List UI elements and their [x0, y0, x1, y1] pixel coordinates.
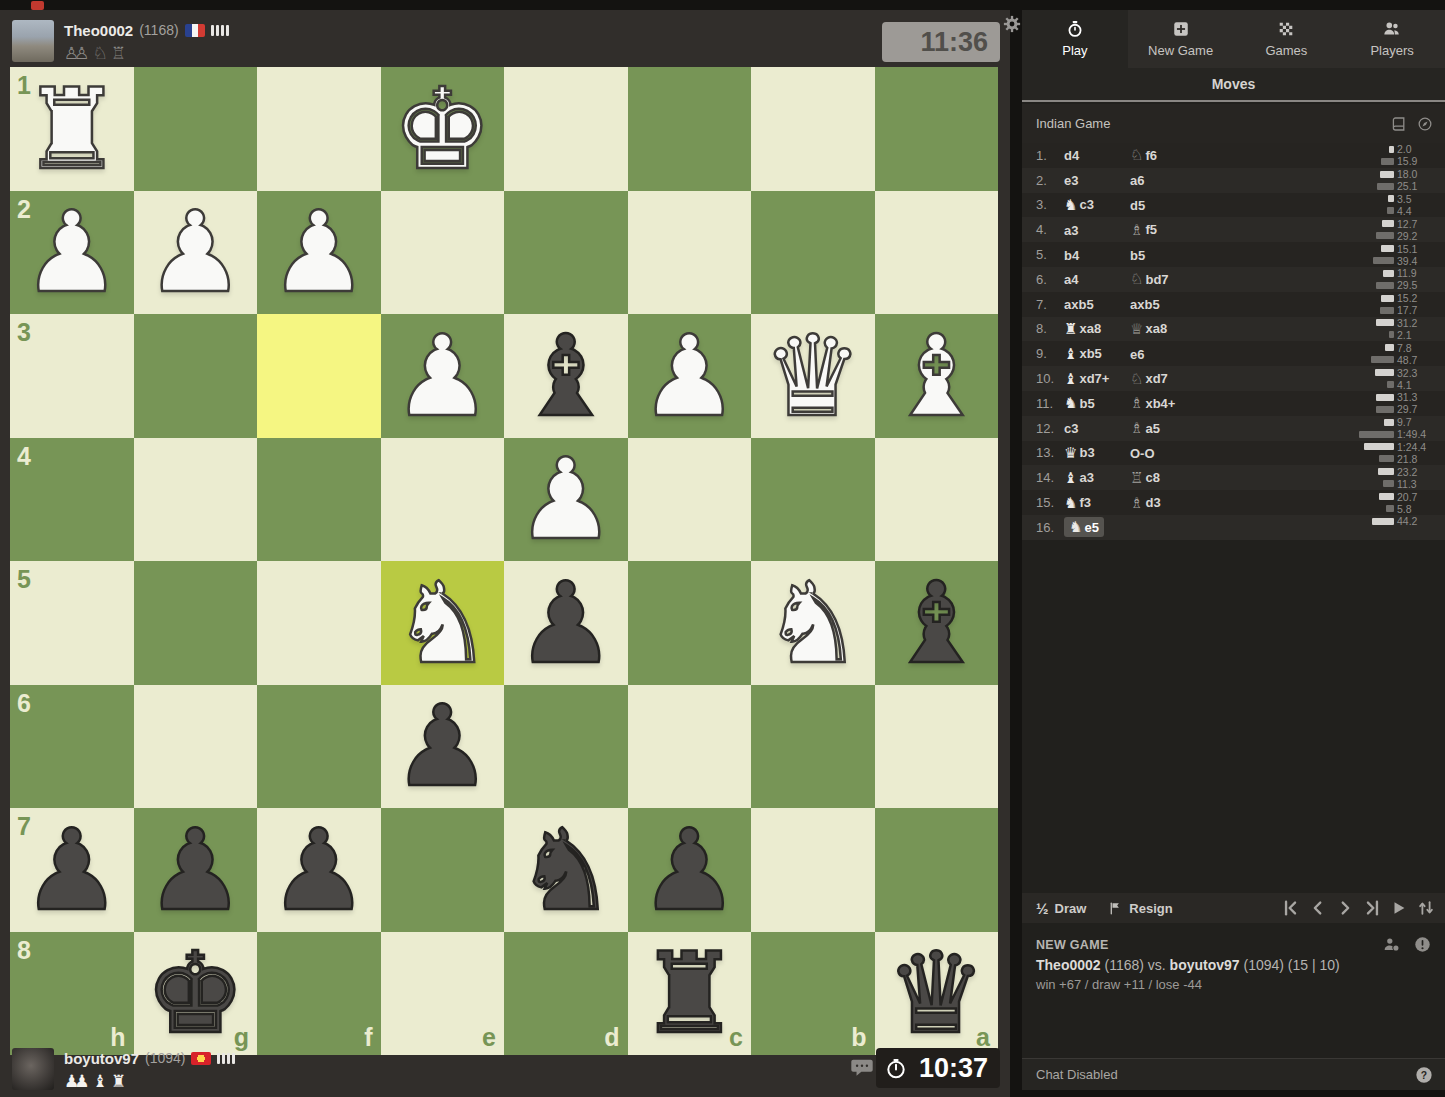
time-value: 25.1: [1397, 180, 1437, 192]
board-area: Theo0002 (1168) ♙♙♘♖ 11:36 1♜♚2♟♟♟3♟♝♟♛♝…: [0, 10, 1010, 1097]
white-king[interactable]: ♚: [392, 73, 492, 185]
challenge-icon[interactable]: [1383, 936, 1400, 953]
time-value: 2.1: [1397, 329, 1437, 341]
time-value: 31.3: [1397, 391, 1437, 403]
time-bar: [1376, 406, 1394, 413]
time-value: 7.8: [1397, 342, 1437, 354]
move-number: 2.: [1036, 173, 1064, 188]
captured-pieces-bottom: ♟♟♝♜: [64, 1070, 235, 1090]
time-bar: [1388, 195, 1394, 202]
move-number: 13.: [1036, 445, 1064, 460]
square-a6[interactable]: [875, 685, 999, 809]
move-times: 11.929.5: [1333, 268, 1437, 291]
black-pawn[interactable]: ♟: [145, 814, 245, 926]
time-value: 1:49.4: [1397, 428, 1437, 440]
figurine-queen-icon: ♛: [1064, 444, 1077, 462]
square-b6[interactable]: [751, 685, 875, 809]
white-pawn[interactable]: ♟: [516, 443, 616, 555]
time-bar: [1381, 245, 1394, 252]
square-d5[interactable]: ♟: [504, 561, 628, 685]
clock-icon: [885, 1056, 907, 1078]
move-black-7[interactable]: axb5: [1130, 297, 1160, 312]
time-bar: [1376, 394, 1394, 401]
square-a4[interactable]: [875, 438, 999, 562]
move-times: 18.025.1: [1333, 169, 1437, 192]
time-bar: [1380, 307, 1394, 314]
move-times: 31.329.7: [1333, 392, 1437, 415]
square-a7[interactable]: [875, 808, 999, 932]
figurine-knight-icon: ♘: [1130, 270, 1143, 288]
new-game-title: NEW GAME: [1036, 938, 1431, 952]
time-bar: [1387, 381, 1394, 388]
time-value: 15.1: [1397, 243, 1437, 255]
square-e7[interactable]: [381, 808, 505, 932]
move-white-15[interactable]: ♞f3: [1064, 494, 1091, 512]
move-number: 12.: [1036, 421, 1064, 436]
move-number: 8.: [1036, 321, 1064, 336]
square-d8[interactable]: d: [504, 932, 628, 1056]
new-game-section: NEW GAME Theo0002 (1168) vs. boyutov97 (…: [1022, 923, 1445, 992]
time-bar: [1385, 344, 1394, 351]
draw-button[interactable]: Draw: [1055, 901, 1087, 916]
time-bar: [1383, 480, 1394, 487]
move-number: 6.: [1036, 272, 1064, 287]
move-times: 15.139.4: [1333, 243, 1437, 266]
side-panel: PlayNew GameGamesPlayers Moves Indian Ga…: [1022, 10, 1445, 1090]
move-number: 14.: [1036, 470, 1064, 485]
white-pawn[interactable]: ♟: [392, 320, 492, 432]
time-bar: [1384, 419, 1394, 426]
captured-n-icon: ♘: [93, 44, 108, 62]
figurine-bishop-icon: ♝: [1064, 370, 1077, 388]
square-e6[interactable]: ♟: [381, 685, 505, 809]
move-black-15[interactable]: ♗d3: [1130, 494, 1161, 512]
time-bar: [1382, 220, 1394, 227]
move-black-8[interactable]: ♕xa8: [1130, 320, 1167, 338]
figurine-bishop-icon: ♗: [1130, 394, 1143, 412]
white-rook[interactable]: ♜: [22, 73, 122, 185]
square-g7[interactable]: ♟: [134, 808, 258, 932]
figurine-knight-icon: ♘: [1130, 370, 1143, 388]
square-g8[interactable]: g♚: [134, 932, 258, 1056]
square-d4[interactable]: ♟: [504, 438, 628, 562]
tab-play[interactable]: Play: [1022, 10, 1128, 68]
move-white-14[interactable]: ♝a3: [1064, 469, 1094, 487]
move-times: 9.71:49.4: [1333, 417, 1437, 440]
player-rating: (1168): [139, 22, 178, 38]
move-times: 12.729.2: [1333, 218, 1437, 241]
square-e4[interactable]: [381, 438, 505, 562]
square-e8[interactable]: e: [381, 932, 505, 1056]
square-b2[interactable]: [751, 191, 875, 315]
move-white-16[interactable]: ♞e5: [1064, 517, 1104, 537]
square-b4[interactable]: [751, 438, 875, 562]
move-times: 2.015.9: [1333, 144, 1437, 167]
square-d2[interactable]: [504, 191, 628, 315]
time-bar: [1379, 455, 1394, 462]
time-bar: [1364, 443, 1394, 450]
time-bar: [1381, 295, 1394, 302]
time-value: 2.0: [1397, 143, 1437, 155]
black-pawn[interactable]: ♟: [639, 814, 739, 926]
avatar[interactable]: [12, 1048, 54, 1090]
move-number: 15.: [1036, 495, 1064, 510]
figurine-queen-icon: ♕: [1130, 320, 1143, 338]
black-pawn[interactable]: ♟: [516, 567, 616, 679]
square-a8[interactable]: a♛: [875, 932, 999, 1056]
captured-p-icon: ♟: [74, 1072, 89, 1090]
plus-square-icon: [1172, 20, 1190, 38]
move-black-9[interactable]: e6: [1130, 347, 1144, 362]
white-pawn[interactable]: ♟: [639, 320, 739, 432]
white-pawn[interactable]: ♟: [269, 196, 369, 308]
figurine-rook-icon: ♜: [1064, 320, 1077, 338]
move-times: 44.2: [1333, 516, 1437, 539]
stopwatch-icon: [1066, 20, 1084, 38]
square-a2[interactable]: [875, 191, 999, 315]
time-bar: [1376, 282, 1394, 289]
move-times: 32.34.1: [1333, 367, 1437, 390]
square-f2[interactable]: ♟: [257, 191, 381, 315]
bottom-player-bar: boyutov97 (1094) ♟♟♝♜ 10:37: [10, 1048, 998, 1094]
chat-bar: Chat Disabled ?: [1022, 1058, 1445, 1090]
figurine-knight-icon: ♞: [1064, 494, 1077, 512]
white-knight[interactable]: ♞: [392, 567, 492, 679]
draw-half-icon: ½: [1036, 900, 1049, 917]
matchup-line: Theo0002 (1168) vs. boyutov97 (1094) (15…: [1036, 957, 1431, 973]
white-pawn[interactable]: ♟: [145, 196, 245, 308]
move-navigation: [1282, 899, 1435, 917]
square-h7[interactable]: 7♟: [10, 808, 134, 932]
black-rook[interactable]: ♜: [639, 937, 739, 1049]
move-times: 31.22.1: [1333, 317, 1437, 340]
captured-r-icon: ♖: [111, 44, 126, 62]
square-e3[interactable]: ♟: [381, 314, 505, 438]
square-g1[interactable]: [134, 67, 258, 191]
square-c5[interactable]: [628, 561, 752, 685]
move-black-6[interactable]: ♘bd7: [1130, 270, 1169, 288]
time-value: 31.2: [1397, 317, 1437, 329]
move-number: 1.: [1036, 148, 1064, 163]
move-white-10[interactable]: ♝xd7+: [1064, 370, 1109, 388]
game-controls-bar: ½ Draw Resign: [1022, 893, 1445, 923]
time-bar: [1381, 158, 1394, 165]
square-f4[interactable]: [257, 438, 381, 562]
time-value: 12.7: [1397, 218, 1437, 230]
connection-signal-icon: [211, 25, 229, 36]
time-value: 20.7: [1397, 491, 1437, 503]
time-value: 15.9: [1397, 155, 1437, 167]
move-black-12[interactable]: ♗a5: [1130, 419, 1160, 437]
nav-play-icon[interactable]: [1390, 899, 1408, 917]
time-value: 11.9: [1397, 267, 1437, 279]
square-e2[interactable]: [381, 191, 505, 315]
square-d6[interactable]: [504, 685, 628, 809]
captured-r-icon: ♜: [111, 1072, 126, 1090]
move-black-2[interactable]: a6: [1130, 173, 1144, 188]
move-row-8: 8.♜xa8♕xa831.22.1: [1022, 317, 1445, 342]
compass-icon[interactable]: [1417, 116, 1433, 132]
checkerboard-icon: [1277, 20, 1295, 38]
move-white-7[interactable]: axb5: [1064, 297, 1094, 312]
move-times: 1:24.421.8: [1333, 441, 1437, 464]
time-value: 48.7: [1397, 354, 1437, 366]
time-value: 29.2: [1397, 230, 1437, 242]
move-number: 3.: [1036, 197, 1064, 212]
black-pawn[interactable]: ♟: [392, 690, 492, 802]
move-times: 7.848.7: [1333, 342, 1437, 365]
time-value: 23.2: [1397, 466, 1437, 478]
square-g3[interactable]: [134, 314, 258, 438]
square-f1[interactable]: [257, 67, 381, 191]
move-row-3: 3.♞c3d53.54.4: [1022, 193, 1445, 218]
time-bar: [1376, 232, 1394, 239]
connection-signal-icon: [217, 1053, 235, 1064]
resign-button[interactable]: Resign: [1129, 901, 1172, 916]
move-row-15: 15.♞f3♗d320.75.8: [1022, 490, 1445, 515]
captured-pieces-top: ♙♙♘♖: [64, 42, 229, 62]
figurine-rook-icon: ♖: [1130, 469, 1143, 487]
move-number: 11.: [1036, 396, 1064, 411]
chat-status: Chat Disabled: [1036, 1067, 1118, 1082]
nav-next-icon[interactable]: [1336, 899, 1354, 917]
square-d1[interactable]: [504, 67, 628, 191]
square-h1[interactable]: 1♜: [10, 67, 134, 191]
time-value: 44.2: [1397, 515, 1437, 527]
player-name[interactable]: boyutov97: [64, 1050, 139, 1067]
question-icon[interactable]: ?: [1415, 1066, 1433, 1084]
rank-label-4: 4: [17, 442, 31, 471]
time-value: 32.3: [1397, 367, 1437, 379]
square-c6[interactable]: [628, 685, 752, 809]
square-a5[interactable]: ♝: [875, 561, 999, 685]
opening-name: Indian Game: [1036, 116, 1110, 131]
move-number: 4.: [1036, 222, 1064, 237]
rank-label-8: 8: [17, 936, 31, 965]
square-d7[interactable]: ♞: [504, 808, 628, 932]
move-white-4[interactable]: a3: [1064, 223, 1078, 238]
player-rating: (1094): [145, 1050, 185, 1066]
time-bar: [1379, 493, 1394, 500]
move-white-3[interactable]: ♞c3: [1064, 196, 1094, 214]
nav-last-icon[interactable]: [1363, 899, 1381, 917]
time-value: 17.7: [1397, 304, 1437, 316]
gear-icon[interactable]: [1003, 15, 1021, 33]
avatar[interactable]: [12, 20, 54, 62]
move-white-9[interactable]: ♝xb5: [1064, 345, 1102, 363]
square-c7[interactable]: ♟: [628, 808, 752, 932]
black-bishop[interactable]: ♝: [516, 320, 616, 432]
move-row-9: 9.♝xb5e67.848.7: [1022, 341, 1445, 366]
square-c8[interactable]: c♜: [628, 932, 752, 1056]
white-pawn[interactable]: ♟: [22, 196, 122, 308]
figurine-bishop-icon: ♝: [1064, 345, 1077, 363]
rank-label-6: 6: [17, 689, 31, 718]
white-queen[interactable]: ♛: [763, 320, 863, 432]
move-black-13[interactable]: O-O: [1130, 446, 1155, 461]
square-c3[interactable]: ♟: [628, 314, 752, 438]
square-g4[interactable]: [134, 438, 258, 562]
time-value: 9.7: [1397, 416, 1437, 428]
move-row-16: 16.♞e544.2: [1022, 515, 1445, 540]
black-queen[interactable]: ♛: [886, 937, 986, 1049]
move-black-10[interactable]: ♘xd7: [1130, 370, 1168, 388]
move-times: 15.217.7: [1333, 293, 1437, 316]
move-white-11[interactable]: ♞b5: [1064, 394, 1095, 412]
square-g5[interactable]: [134, 561, 258, 685]
square-f3[interactable]: [257, 314, 381, 438]
move-black-1[interactable]: ♘f6: [1130, 146, 1157, 164]
square-f5[interactable]: [257, 561, 381, 685]
rank-label-3: 3: [17, 318, 31, 347]
move-number: 16.: [1036, 520, 1064, 535]
report-icon[interactable]: [1414, 936, 1431, 953]
square-d3[interactable]: ♝: [504, 314, 628, 438]
square-b8[interactable]: b: [751, 932, 875, 1056]
square-b1[interactable]: [751, 67, 875, 191]
move-black-5[interactable]: b5: [1130, 248, 1145, 263]
white-bishop[interactable]: ♝: [886, 320, 986, 432]
square-h5[interactable]: 5: [10, 561, 134, 685]
nav-flip-icon[interactable]: [1417, 899, 1435, 917]
nav-prev-icon[interactable]: [1309, 899, 1327, 917]
move-times: 23.211.3: [1333, 466, 1437, 489]
move-number: 9.: [1036, 346, 1064, 361]
time-value: 15.2: [1397, 292, 1437, 304]
figurine-bishop-icon: ♝: [1064, 469, 1077, 487]
figurine-knight-icon: ♘: [1130, 146, 1143, 164]
tab-games[interactable]: Games: [1234, 10, 1340, 68]
player-name[interactable]: Theo0002: [64, 22, 133, 39]
window-control-dot: [31, 1, 44, 10]
figurine-knight-icon: ♞: [1064, 394, 1077, 412]
time-bar: [1377, 183, 1394, 190]
move-number: 7.: [1036, 297, 1064, 312]
figurine-bishop-icon: ♗: [1130, 494, 1143, 512]
square-f8[interactable]: f: [257, 932, 381, 1056]
time-bar: [1376, 319, 1394, 326]
figurine-knight-icon: ♞: [1064, 196, 1077, 214]
move-row-5: 5.b4b515.139.4: [1022, 242, 1445, 267]
resign-flag-icon: [1108, 901, 1123, 916]
square-h2[interactable]: 2♟: [10, 191, 134, 315]
book-icon[interactable]: [1391, 116, 1407, 132]
time-bar: [1383, 270, 1394, 277]
square-a3[interactable]: ♝: [875, 314, 999, 438]
move-row-10: 10.♝xd7+♘xd732.34.1: [1022, 366, 1445, 391]
time-value: 11.3: [1397, 478, 1437, 490]
move-white-1[interactable]: d4: [1064, 148, 1079, 163]
square-c4[interactable]: [628, 438, 752, 562]
time-bar: [1389, 146, 1394, 153]
square-c2[interactable]: [628, 191, 752, 315]
move-white-12[interactable]: c3: [1064, 421, 1078, 436]
black-king[interactable]: ♚: [145, 937, 245, 1049]
move-number: 10.: [1036, 371, 1064, 386]
square-h3[interactable]: 3: [10, 314, 134, 438]
square-b7[interactable]: [751, 808, 875, 932]
move-row-11: 11.♞b5♗xb4+31.329.7: [1022, 391, 1445, 416]
square-e1[interactable]: ♚: [381, 67, 505, 191]
black-clock: 10:37: [876, 1048, 1000, 1088]
move-row-1: 1.d4♘f62.015.9: [1022, 143, 1445, 168]
move-times: 3.54.4: [1333, 193, 1437, 216]
move-white-2[interactable]: e3: [1064, 173, 1078, 188]
nav-first-icon[interactable]: [1282, 899, 1300, 917]
square-f7[interactable]: ♟: [257, 808, 381, 932]
black-pawn[interactable]: ♟: [22, 814, 122, 926]
move-row-6: 6.a4♘bd711.929.5: [1022, 267, 1445, 292]
move-row-13: 13.♛b3O-O1:24.421.8: [1022, 441, 1445, 466]
chat-bubble-icon[interactable]: [850, 1057, 874, 1079]
white-knight[interactable]: ♞: [763, 567, 863, 679]
france-flag-icon: [185, 24, 205, 37]
time-value: 4.1: [1397, 379, 1437, 391]
square-b3[interactable]: ♛: [751, 314, 875, 438]
square-c1[interactable]: [628, 67, 752, 191]
players-icon: [1383, 20, 1401, 38]
move-number: 5.: [1036, 247, 1064, 262]
black-bishop[interactable]: ♝: [886, 567, 986, 679]
top-player-bar: Theo0002 (1168) ♙♙♘♖ 11:36: [10, 20, 998, 66]
figurine-bishop-icon: ♗: [1130, 419, 1143, 437]
rating-odds: win +67 / draw +11 / lose -44: [1036, 977, 1431, 992]
tab-new-game[interactable]: New Game: [1128, 10, 1234, 68]
move-row-4: 4.a3♗f512.729.2: [1022, 217, 1445, 242]
tab-bar: PlayNew GameGamesPlayers: [1022, 10, 1445, 68]
time-value: 5.8: [1397, 503, 1437, 515]
square-h8[interactable]: 8h: [10, 932, 134, 1056]
square-b5[interactable]: ♞: [751, 561, 875, 685]
rank-label-5: 5: [17, 565, 31, 594]
move-white-5[interactable]: b4: [1064, 248, 1079, 263]
time-value: 29.5: [1397, 279, 1437, 291]
time-value: 4.4: [1397, 205, 1437, 217]
captured-b-icon: ♝: [93, 1072, 108, 1090]
figurine-bishop-icon: ♗: [1130, 221, 1143, 239]
square-f6[interactable]: [257, 685, 381, 809]
square-h6[interactable]: 6: [10, 685, 134, 809]
move-black-14[interactable]: ♖c8: [1130, 469, 1160, 487]
black-knight[interactable]: ♞: [516, 814, 616, 926]
time-value: 21.8: [1397, 453, 1437, 465]
move-white-8[interactable]: ♜xa8: [1064, 320, 1101, 338]
time-value: 39.4: [1397, 255, 1437, 267]
move-black-4[interactable]: ♗f5: [1130, 221, 1157, 239]
square-g6[interactable]: [134, 685, 258, 809]
time-bar: [1375, 369, 1394, 376]
square-a1[interactable]: [875, 67, 999, 191]
move-black-3[interactable]: d5: [1130, 198, 1145, 213]
time-value: 18.0: [1397, 168, 1437, 180]
opening-name-row: Indian Game: [1022, 104, 1445, 143]
chess-board[interactable]: 1♜♚2♟♟♟3♟♝♟♛♝4♟5♞♟♞♝6♟7♟♟♟♞♟8hg♚fedc♜ba♛: [10, 67, 998, 1055]
time-value: 29.7: [1397, 403, 1437, 415]
black-pawn[interactable]: ♟: [269, 814, 369, 926]
move-white-6[interactable]: a4: [1064, 272, 1078, 287]
square-g2[interactable]: ♟: [134, 191, 258, 315]
move-times: 20.75.8: [1333, 491, 1437, 514]
move-row-7: 7.axb5axb515.217.7: [1022, 292, 1445, 317]
tab-players[interactable]: Players: [1339, 10, 1445, 68]
move-black-11[interactable]: ♗xb4+: [1130, 394, 1175, 412]
move-list: 1.d4♘f62.015.92.e3a618.025.13.♞c3d53.54.…: [1022, 143, 1445, 540]
square-e5[interactable]: ♞: [381, 561, 505, 685]
square-h4[interactable]: 4: [10, 438, 134, 562]
svg-text:?: ?: [1421, 1069, 1427, 1080]
figurine-knight-icon: ♞: [1069, 518, 1082, 536]
move-white-13[interactable]: ♛b3: [1064, 444, 1095, 462]
